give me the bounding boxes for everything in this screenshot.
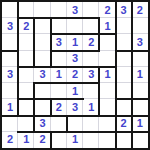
given-digit: 2 (137, 5, 143, 16)
cell-r1c2[interactable] (18, 2, 34, 18)
cell-r4c1[interactable] (2, 51, 18, 67)
given-digit: 3 (121, 5, 127, 16)
cell-r6c3[interactable] (34, 83, 50, 99)
cell-r2c7[interactable]: 1 (99, 18, 115, 34)
given-digit: 2 (88, 37, 94, 48)
cell-r8c8[interactable]: 2 (116, 116, 132, 132)
given-digit: 3 (56, 37, 62, 48)
cell-r7c1[interactable]: 1 (2, 99, 18, 115)
cell-r8c5[interactable] (67, 116, 83, 132)
given-digit: 1 (104, 21, 110, 32)
cell-r9c6[interactable] (83, 132, 99, 148)
cell-r3c5[interactable]: 1 (67, 34, 83, 50)
cell-r8c6[interactable] (83, 116, 99, 132)
cell-r8c3[interactable]: 3 (34, 116, 50, 132)
cell-r9c2[interactable]: 1 (18, 132, 34, 148)
cell-r7c2[interactable] (18, 99, 34, 115)
cell-r4c2[interactable] (18, 51, 34, 67)
cell-r5c6[interactable]: 3 (83, 67, 99, 83)
given-digit: 1 (72, 86, 78, 97)
cell-r3c6[interactable]: 2 (83, 34, 99, 50)
cell-r1c4[interactable] (51, 2, 67, 18)
cell-r2c1[interactable]: 3 (2, 18, 18, 34)
given-digit: 3 (72, 5, 78, 16)
given-digit: 1 (137, 118, 143, 129)
cell-r4c8[interactable] (116, 51, 132, 67)
cell-r7c9[interactable] (132, 99, 148, 115)
given-digit: 3 (7, 69, 13, 80)
cell-r7c7[interactable] (99, 99, 115, 115)
cell-r9c9[interactable] (132, 132, 148, 148)
cell-r2c6[interactable] (83, 18, 99, 34)
given-digit: 3 (72, 53, 78, 64)
cell-r8c7[interactable] (99, 116, 115, 132)
cell-r5c2[interactable] (18, 67, 34, 83)
cell-r5c8[interactable] (116, 67, 132, 83)
cell-r9c5[interactable]: 1 (67, 132, 83, 148)
given-digit: 2 (7, 134, 13, 145)
given-digit: 1 (137, 69, 143, 80)
given-digit: 3 (39, 69, 45, 80)
cell-r2c8[interactable] (116, 18, 132, 34)
cell-r1c8[interactable]: 3 (116, 2, 132, 18)
cell-r4c9[interactable] (132, 51, 148, 67)
given-digit: 3 (7, 21, 13, 32)
cell-r9c7[interactable] (99, 132, 115, 148)
cell-r1c1[interactable] (2, 2, 18, 18)
cell-r2c4[interactable] (51, 18, 67, 34)
given-digit: 1 (72, 37, 78, 48)
cell-r4c3[interactable] (34, 51, 50, 67)
puzzle-grid: 3232321312333312311112313212121 (2, 2, 148, 148)
cell-r3c3[interactable] (34, 34, 50, 50)
cell-r7c5[interactable]: 3 (67, 99, 83, 115)
given-digit: 1 (72, 134, 78, 145)
given-digit: 2 (72, 69, 78, 80)
cell-r5c7[interactable]: 1 (99, 67, 115, 83)
given-digit: 1 (56, 69, 62, 80)
given-digit: 1 (7, 102, 13, 113)
cell-r2c3[interactable] (34, 18, 50, 34)
cell-r1c9[interactable]: 2 (132, 2, 148, 18)
cell-r7c3[interactable] (34, 99, 50, 115)
cell-r1c6[interactable] (83, 2, 99, 18)
cell-r9c8[interactable] (116, 132, 132, 148)
cell-r9c3[interactable]: 2 (34, 132, 50, 148)
cell-r3c8[interactable] (116, 34, 132, 50)
cell-r6c1[interactable] (2, 83, 18, 99)
cell-r3c7[interactable] (99, 34, 115, 50)
cell-r8c1[interactable] (2, 116, 18, 132)
puzzle-board: 3232321312333312311112313212121 (0, 0, 150, 150)
cell-r2c2[interactable]: 2 (18, 18, 34, 34)
given-digit: 3 (137, 37, 143, 48)
cell-r6c8[interactable] (116, 83, 132, 99)
cell-r8c4[interactable] (51, 116, 67, 132)
cell-r2c5[interactable] (67, 18, 83, 34)
cell-r7c8[interactable] (116, 99, 132, 115)
cell-r9c1[interactable]: 2 (2, 132, 18, 148)
cell-r3c1[interactable] (2, 34, 18, 50)
cell-r5c3[interactable]: 3 (34, 67, 50, 83)
cell-r4c4[interactable] (51, 51, 67, 67)
cell-r8c9[interactable]: 1 (132, 116, 148, 132)
cell-r6c4[interactable] (51, 83, 67, 99)
cell-r2c9[interactable] (132, 18, 148, 34)
cell-r5c4[interactable]: 1 (51, 67, 67, 83)
given-digit: 2 (121, 118, 127, 129)
cell-r6c2[interactable] (18, 83, 34, 99)
given-digit: 3 (72, 102, 78, 113)
cell-r6c5[interactable]: 1 (67, 83, 83, 99)
cell-r5c5[interactable]: 2 (67, 67, 83, 83)
cell-r1c5[interactable]: 3 (67, 2, 83, 18)
cell-r4c5[interactable]: 3 (67, 51, 83, 67)
cell-r5c9[interactable]: 1 (132, 67, 148, 83)
cell-r8c2[interactable] (18, 116, 34, 132)
given-digit: 1 (88, 102, 94, 113)
given-digit: 3 (39, 118, 45, 129)
given-digit: 1 (23, 134, 29, 145)
cell-r6c6[interactable] (83, 83, 99, 99)
given-digit: 1 (104, 69, 110, 80)
cell-r1c7[interactable]: 2 (99, 2, 115, 18)
cell-r7c6[interactable]: 1 (83, 99, 99, 115)
cell-r6c9[interactable] (132, 83, 148, 99)
cell-r7c4[interactable]: 2 (51, 99, 67, 115)
cell-r9c4[interactable] (51, 132, 67, 148)
cell-r3c2[interactable] (18, 34, 34, 50)
cell-r5c1[interactable]: 3 (2, 67, 18, 83)
cell-r4c7[interactable] (99, 51, 115, 67)
cell-r6c7[interactable] (99, 83, 115, 99)
cell-r4c6[interactable] (83, 51, 99, 67)
cell-r3c4[interactable]: 3 (51, 34, 67, 50)
given-digit: 2 (56, 102, 62, 113)
given-digit: 2 (39, 134, 45, 145)
cell-r3c9[interactable]: 3 (132, 34, 148, 50)
given-digit: 2 (23, 21, 29, 32)
cell-r1c3[interactable] (34, 2, 50, 18)
given-digit: 2 (104, 5, 110, 16)
given-digit: 3 (88, 69, 94, 80)
